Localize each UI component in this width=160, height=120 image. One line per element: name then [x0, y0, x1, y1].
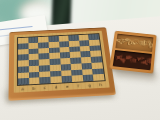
black-king-piece[interactable]: ♚	[145, 57, 152, 65]
paper-line	[0, 26, 33, 31]
chessboard: abcdefgh	[8, 27, 115, 100]
file-label-d: d	[50, 84, 61, 89]
square-h1[interactable]	[93, 74, 104, 81]
square-d1[interactable]	[50, 76, 61, 83]
file-label-a: a	[17, 86, 28, 91]
square-b1[interactable]	[29, 78, 40, 85]
white-pawn-piece[interactable]: ♙	[147, 41, 154, 50]
square-f1[interactable]	[72, 75, 83, 82]
square-g1[interactable]	[82, 75, 93, 82]
tray-compartment-dark-pieces: ♜♟♞♛♝♟♚	[113, 50, 152, 70]
tray-compartment-light-pieces: ♙♗♙♘♕♖♙	[115, 34, 153, 52]
board-grid	[17, 33, 106, 86]
file-label-f: f	[73, 83, 85, 88]
file-label-h: h	[95, 82, 107, 87]
board-margin: abcdefgh	[14, 31, 110, 93]
file-label-c: c	[39, 85, 50, 90]
square-a1[interactable]	[18, 78, 29, 85]
square-e1[interactable]	[61, 76, 72, 83]
file-label-b: b	[28, 86, 39, 91]
file-label-g: g	[84, 83, 96, 88]
file-label-e: e	[62, 84, 73, 89]
photo-scene: abcdefgh ♙♗♙♘♕♖♙ ♜♟♞♛♝♟♚	[0, 0, 160, 120]
piece-tray: ♙♗♙♘♕♖♙ ♜♟♞♛♝♟♚	[109, 31, 156, 74]
square-c1[interactable]	[40, 77, 51, 84]
